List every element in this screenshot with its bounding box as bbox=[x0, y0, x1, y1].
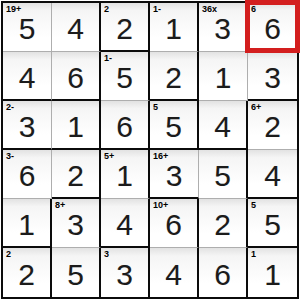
cell-digit: 2 bbox=[116, 14, 133, 44]
cell-r1c6-selected[interactable]: 66 bbox=[248, 3, 297, 52]
cell-r4c5[interactable]: 5 bbox=[199, 150, 248, 199]
cell-digit: 6 bbox=[67, 63, 84, 93]
cell-digit: 4 bbox=[67, 14, 84, 44]
cell-digit: 3 bbox=[19, 112, 36, 142]
cell-digit: 3 bbox=[67, 210, 84, 240]
cell-r3c2[interactable]: 1 bbox=[52, 101, 101, 150]
cell-r1c1[interactable]: 19+5 bbox=[3, 3, 52, 52]
cell-r2c6[interactable]: 3 bbox=[248, 52, 297, 101]
cell-digit: 4 bbox=[214, 112, 231, 142]
cell-r2c1[interactable]: 4 bbox=[3, 52, 52, 101]
cage-clue: 1- bbox=[153, 4, 161, 14]
cell-digit: 6 bbox=[214, 260, 231, 290]
cell-r5c5[interactable]: 2 bbox=[199, 199, 248, 248]
cell-digit: 4 bbox=[165, 260, 182, 290]
cell-r6c3[interactable]: 33 bbox=[101, 248, 150, 297]
cell-digit: 5 bbox=[19, 14, 36, 44]
cell-r5c1[interactable]: 1 bbox=[3, 199, 52, 248]
cell-digit: 5 bbox=[116, 63, 133, 93]
cell-digit: 6 bbox=[264, 14, 281, 44]
cell-digit: 6 bbox=[165, 210, 182, 240]
cell-r1c5[interactable]: 36x3 bbox=[199, 3, 248, 52]
cell-r5c6[interactable]: 55 bbox=[248, 199, 297, 248]
cell-r1c2[interactable]: 4 bbox=[52, 3, 101, 52]
cell-r3c4[interactable]: 55 bbox=[150, 101, 199, 150]
cell-r2c2[interactable]: 6 bbox=[52, 52, 101, 101]
cell-digit: 5 bbox=[67, 260, 84, 290]
cell-digit: 5 bbox=[214, 161, 231, 191]
cell-r1c4[interactable]: 1-1 bbox=[150, 3, 199, 52]
cell-digit: 3 bbox=[116, 260, 133, 290]
kenken-board: 19+54221-136x366461-52132-3165546+23-625… bbox=[1, 1, 299, 299]
cell-r4c2[interactable]: 2 bbox=[52, 150, 101, 199]
cell-digit: 5 bbox=[264, 210, 281, 240]
cage-clue: 6 bbox=[251, 4, 256, 14]
cell-r5c4[interactable]: 10+6 bbox=[150, 199, 199, 248]
cell-digit: 6 bbox=[19, 161, 36, 191]
cell-r2c3[interactable]: 1-5 bbox=[101, 52, 150, 101]
cell-digit: 3 bbox=[166, 161, 183, 191]
cell-digit: 5 bbox=[165, 112, 182, 142]
cage-clue: 6+ bbox=[251, 102, 261, 112]
cell-digit: 1 bbox=[165, 14, 182, 44]
cell-digit: 2 bbox=[214, 210, 231, 240]
cage-clue: 10+ bbox=[153, 200, 168, 210]
cage-clue: 5 bbox=[153, 102, 158, 112]
cell-digit: 1 bbox=[215, 63, 232, 93]
cell-digit: 4 bbox=[116, 210, 133, 240]
cell-r3c6[interactable]: 6+2 bbox=[248, 101, 297, 150]
cell-digit: 2 bbox=[165, 63, 182, 93]
cage-clue: 5+ bbox=[104, 151, 114, 161]
cell-digit: 4 bbox=[19, 63, 36, 93]
cell-r6c5[interactable]: 6 bbox=[199, 248, 248, 297]
cell-r4c4[interactable]: 16+3 bbox=[150, 150, 199, 199]
cell-r3c3[interactable]: 6 bbox=[101, 101, 150, 150]
cell-digit: 3 bbox=[214, 14, 231, 44]
cell-digit: 6 bbox=[116, 112, 133, 142]
cell-r4c6[interactable]: 4 bbox=[248, 150, 297, 199]
cage-clue: 5 bbox=[251, 200, 256, 210]
cage-clue: 36x bbox=[202, 4, 217, 14]
cage-clue: 3 bbox=[104, 249, 109, 259]
kenken-puzzle-page: 19+54221-136x366461-52132-3165546+23-625… bbox=[0, 0, 300, 300]
cell-r1c3[interactable]: 22 bbox=[101, 3, 150, 52]
cell-digit: 2 bbox=[264, 112, 281, 142]
cage-clue: 19+ bbox=[6, 4, 21, 14]
cage-clue: 1- bbox=[104, 53, 112, 63]
cell-r5c3[interactable]: 4 bbox=[101, 199, 150, 248]
cell-r3c5[interactable]: 4 bbox=[199, 101, 248, 150]
cell-r2c4[interactable]: 2 bbox=[150, 52, 199, 101]
cage-clue: 2 bbox=[6, 249, 11, 259]
cell-digit: 4 bbox=[264, 161, 281, 191]
cell-digit: 1 bbox=[67, 112, 84, 142]
cage-clue: 3- bbox=[6, 151, 14, 161]
cell-r6c4[interactable]: 4 bbox=[150, 248, 199, 297]
cell-r6c1[interactable]: 22 bbox=[3, 248, 52, 297]
cell-r6c6[interactable]: 11 bbox=[248, 248, 297, 297]
cell-r4c3[interactable]: 5+1 bbox=[101, 150, 150, 199]
cage-clue: 1 bbox=[251, 249, 256, 259]
cell-r6c2[interactable]: 5 bbox=[52, 248, 101, 297]
cell-r2c5[interactable]: 1 bbox=[199, 52, 248, 101]
cell-digit: 3 bbox=[264, 63, 281, 93]
cell-digit: 2 bbox=[67, 161, 84, 191]
cell-digit: 1 bbox=[116, 161, 133, 191]
cage-clue: 2- bbox=[6, 102, 14, 112]
cell-digit: 1 bbox=[18, 210, 35, 240]
cell-r5c2[interactable]: 8+3 bbox=[52, 199, 101, 248]
cage-clue: 2 bbox=[104, 4, 109, 14]
cell-r3c1[interactable]: 2-3 bbox=[3, 101, 52, 150]
cage-clue: 8+ bbox=[55, 200, 65, 210]
cage-clue: 16+ bbox=[153, 151, 168, 161]
cell-digit: 1 bbox=[264, 260, 281, 290]
cell-r4c1[interactable]: 3-6 bbox=[3, 150, 52, 199]
cell-digit: 2 bbox=[18, 260, 35, 290]
